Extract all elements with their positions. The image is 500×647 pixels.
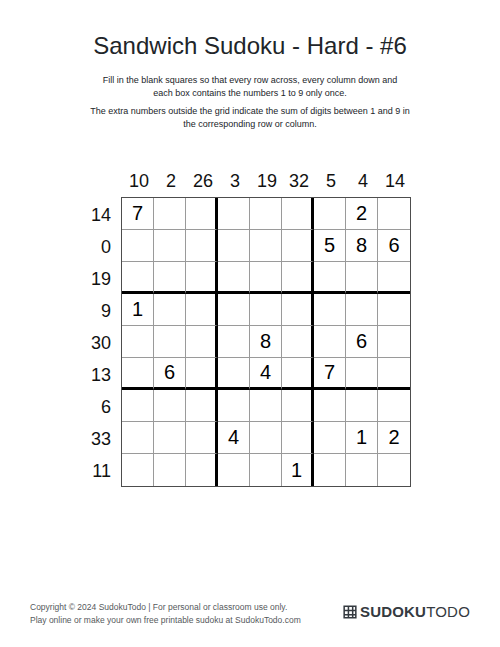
cell-r2c6	[282, 230, 314, 262]
cell-r6c5: 4	[250, 358, 282, 390]
cell-r3c8	[346, 262, 378, 294]
cell-r3c4	[218, 262, 250, 294]
cell-r4c9	[378, 294, 410, 326]
logo-text-sudoku: SUDOKU	[360, 603, 426, 620]
board: 725861866474121	[121, 197, 411, 487]
cell-r6c4	[218, 358, 250, 390]
cell-r1c1: 7	[122, 198, 154, 230]
cell-r2c4	[218, 230, 250, 262]
cell-r1c9	[378, 198, 410, 230]
cell-r4c5	[250, 294, 282, 326]
cell-r7c6	[282, 390, 314, 422]
cell-r2c8: 8	[346, 230, 378, 262]
cell-r9c9	[378, 454, 410, 486]
instructions-line-1: Fill in the blank squares so that every …	[96, 74, 404, 100]
row-clue-2: 0	[84, 231, 121, 263]
cell-r5c3	[186, 326, 218, 358]
cell-r5c6	[282, 326, 314, 358]
cell-r8c7	[314, 422, 346, 454]
sudokutodo-logo: SUDOKUTODO	[343, 603, 470, 620]
cell-r1c6	[282, 198, 314, 230]
cell-r3c6	[282, 262, 314, 294]
cell-r2c9: 6	[378, 230, 410, 262]
footer-copyright: Copyright © 2024 SudokuTodo | For person…	[30, 601, 301, 614]
cell-r6c7: 7	[314, 358, 346, 390]
cell-r9c7	[314, 454, 346, 486]
logo-text-todo: TODO	[426, 603, 470, 620]
row-clue-5: 30	[84, 327, 121, 359]
cell-r9c3	[186, 454, 218, 486]
cell-r2c5	[250, 230, 282, 262]
cell-r7c4	[218, 390, 250, 422]
page: Sandwich Sudoku - Hard - #6 Fill in the …	[0, 0, 500, 647]
instructions-line-2: The extra numbers outside the grid indic…	[90, 105, 410, 131]
cell-r4c4	[218, 294, 250, 326]
row-clue-4: 9	[84, 295, 121, 327]
cell-r1c8: 2	[346, 198, 378, 230]
cell-r7c9	[378, 390, 410, 422]
cell-r3c5	[250, 262, 282, 294]
cell-r1c3	[186, 198, 218, 230]
footer-tagline: Play online or make your own free printa…	[30, 614, 301, 627]
cell-r9c4	[218, 454, 250, 486]
col-clue-9: 14	[379, 171, 411, 192]
cell-r3c7	[314, 262, 346, 294]
row-clue-1: 14	[84, 199, 121, 231]
col-clue-6: 32	[283, 171, 315, 192]
cell-r6c3	[186, 358, 218, 390]
cell-r4c2	[154, 294, 186, 326]
col-clue-2: 2	[155, 171, 187, 192]
cell-r4c7	[314, 294, 346, 326]
cell-r8c2	[154, 422, 186, 454]
cell-r6c8	[346, 358, 378, 390]
cell-r3c1	[122, 262, 154, 294]
cell-r8c5	[250, 422, 282, 454]
cell-r4c8	[346, 294, 378, 326]
cell-r7c3	[186, 390, 218, 422]
cell-r7c8	[346, 390, 378, 422]
cell-r5c2	[154, 326, 186, 358]
cell-r2c2	[154, 230, 186, 262]
footer-text: Copyright © 2024 SudokuTodo | For person…	[30, 601, 301, 627]
cell-r9c2	[154, 454, 186, 486]
cell-r1c4	[218, 198, 250, 230]
cell-r6c9	[378, 358, 410, 390]
row-clue-6: 13	[84, 359, 121, 391]
sudoku-board-area: 10226319325414 140199301363311 725861866…	[84, 168, 411, 487]
cell-r5c9	[378, 326, 410, 358]
cell-r8c1	[122, 422, 154, 454]
cell-r7c1	[122, 390, 154, 422]
cell-r6c1	[122, 358, 154, 390]
cell-r8c6	[282, 422, 314, 454]
cell-r6c2: 6	[154, 358, 186, 390]
cell-r5c4	[218, 326, 250, 358]
cell-r1c2	[154, 198, 186, 230]
cell-r2c1	[122, 230, 154, 262]
cell-r9c5	[250, 454, 282, 486]
cell-r8c9: 2	[378, 422, 410, 454]
cell-r7c2	[154, 390, 186, 422]
row-clue-8: 33	[84, 423, 121, 455]
cell-r9c6: 1	[282, 454, 314, 486]
cell-r4c1: 1	[122, 294, 154, 326]
footer: Copyright © 2024 SudokuTodo | For person…	[30, 601, 470, 627]
cell-r9c8	[346, 454, 378, 486]
cell-r8c8: 1	[346, 422, 378, 454]
cell-r3c9	[378, 262, 410, 294]
col-clue-8: 4	[347, 171, 379, 192]
col-clue-3: 26	[187, 171, 219, 192]
cell-r4c3	[186, 294, 218, 326]
cell-r3c2	[154, 262, 186, 294]
cell-r8c4: 4	[218, 422, 250, 454]
col-clues: 10226319325414	[121, 168, 411, 197]
row-clue-9: 11	[84, 455, 121, 487]
row-clues: 140199301363311	[84, 197, 121, 487]
cell-r1c5	[250, 198, 282, 230]
col-clue-4: 3	[219, 171, 251, 192]
cell-r2c7: 5	[314, 230, 346, 262]
cell-r8c3	[186, 422, 218, 454]
cell-r4c6	[282, 294, 314, 326]
cell-r5c1	[122, 326, 154, 358]
sudoku-grid-icon	[343, 605, 357, 619]
cell-r6c6	[282, 358, 314, 390]
row-clue-7: 6	[84, 391, 121, 423]
cell-r5c8: 6	[346, 326, 378, 358]
cell-r5c7	[314, 326, 346, 358]
page-title: Sandwich Sudoku - Hard - #6	[0, 32, 500, 60]
cell-r9c1	[122, 454, 154, 486]
board-corner-spacer	[84, 168, 121, 197]
cell-r2c3	[186, 230, 218, 262]
row-clue-3: 19	[84, 263, 121, 295]
col-clue-7: 5	[315, 171, 347, 192]
cell-r5c5: 8	[250, 326, 282, 358]
cell-r7c5	[250, 390, 282, 422]
cell-r3c3	[186, 262, 218, 294]
col-clue-5: 19	[251, 171, 283, 192]
cell-r1c7	[314, 198, 346, 230]
cell-r7c7	[314, 390, 346, 422]
col-clue-1: 10	[123, 171, 155, 192]
